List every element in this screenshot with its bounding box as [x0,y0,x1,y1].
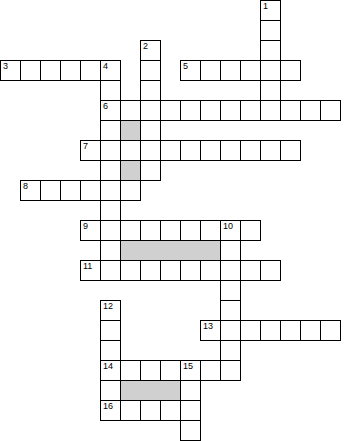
cell-r19c5[interactable] [100,380,121,401]
cell-r5c7[interactable] [140,100,161,121]
cell-r2c7[interactable] [140,40,161,61]
cell-r4c13[interactable] [260,80,281,101]
cell-r5c5[interactable] [100,100,121,121]
cell-r5c15[interactable] [300,100,321,121]
cell-r3c9[interactable] [180,60,201,81]
cell-r8c7[interactable] [140,160,161,181]
cell-r18c9[interactable] [180,360,201,381]
cell-r13c5[interactable] [100,260,121,281]
cell-r9c6[interactable] [120,180,141,201]
cell-r9c3[interactable] [60,180,81,201]
cell-r16c10[interactable] [200,320,221,341]
cell-r20c9[interactable] [180,400,201,421]
cell-r7c5[interactable] [100,140,121,161]
cell-r11c7[interactable] [140,220,161,241]
cell-r5c8[interactable] [160,100,181,121]
cell-r7c7[interactable] [140,140,161,161]
cell-r3c12[interactable] [240,60,261,81]
cell-r16c11[interactable] [220,320,241,341]
cell-r17c11[interactable] [220,340,241,361]
cell-r5c6[interactable] [120,100,141,121]
cell-r3c0[interactable] [0,60,21,81]
cell-r16c15[interactable] [300,320,321,341]
cell-r18c11[interactable] [220,360,241,381]
cell-r14c11[interactable] [220,280,241,301]
cell-r4c7[interactable] [140,80,161,101]
cell-r5c10[interactable] [200,100,221,121]
cell-r3c4[interactable] [80,60,101,81]
cell-r5c9[interactable] [180,100,201,121]
cell-r7c10[interactable] [200,140,221,161]
cell-r13c4[interactable] [80,260,101,281]
cell-r5c12[interactable] [240,100,261,121]
cell-r20c8[interactable] [160,400,181,421]
shaded-cells-r6c6 [120,120,141,141]
cell-r7c13[interactable] [260,140,281,161]
cell-r18c5[interactable] [100,360,121,381]
cell-r7c4[interactable] [80,140,101,161]
cell-r10c5[interactable] [100,200,121,221]
cell-r9c4[interactable] [80,180,101,201]
cell-r3c10[interactable] [200,60,221,81]
cell-r3c11[interactable] [220,60,241,81]
cell-r15c5[interactable] [100,300,121,321]
cell-r6c7[interactable] [140,120,161,141]
cell-r4c5[interactable] [100,80,121,101]
cell-r7c12[interactable] [240,140,261,161]
cell-r7c11[interactable] [220,140,241,161]
cell-r19c9[interactable] [180,380,201,401]
cell-r13c11[interactable] [220,260,241,281]
cell-r7c8[interactable] [160,140,181,161]
crossword-page: 12345678910111213141516 [0,0,361,441]
cell-r11c8[interactable] [160,220,181,241]
cell-r20c5[interactable] [100,400,121,421]
cell-r11c11[interactable] [220,220,241,241]
cell-r0c13[interactable] [260,0,281,21]
cell-r7c6[interactable] [120,140,141,161]
cell-r18c7[interactable] [140,360,161,381]
cell-r5c14[interactable] [280,100,301,121]
cell-r13c8[interactable] [160,260,181,281]
cell-r21c9[interactable] [180,420,201,441]
cell-r5c11[interactable] [220,100,241,121]
cell-r9c2[interactable] [40,180,61,201]
cell-r7c14[interactable] [280,140,301,161]
cell-r12c5[interactable] [100,240,121,261]
cell-r13c12[interactable] [240,260,261,281]
cell-r18c8[interactable] [160,360,181,381]
cell-r3c1[interactable] [20,60,41,81]
cell-r13c6[interactable] [120,260,141,281]
shaded-cells-r19c6 [120,380,181,401]
cell-r7c9[interactable] [180,140,201,161]
cell-r9c5[interactable] [100,180,121,201]
crossword-grid: 12345678910111213141516 [0,0,361,441]
cell-r5c13[interactable] [260,100,281,121]
cell-r8c5[interactable] [100,160,121,181]
cell-r16c12[interactable] [240,320,261,341]
cell-r13c13[interactable] [260,260,281,281]
cell-r3c5[interactable] [100,60,121,81]
cell-r18c10[interactable] [200,360,221,381]
cell-r6c5[interactable] [100,120,121,141]
cell-r16c5[interactable] [100,320,121,341]
cell-r1c13[interactable] [260,20,281,41]
cell-r20c7[interactable] [140,400,161,421]
cell-r3c13[interactable] [260,60,281,81]
cell-r13c10[interactable] [200,260,221,281]
cell-r17c5[interactable] [100,340,121,361]
cell-r11c5[interactable] [100,220,121,241]
cell-r11c10[interactable] [200,220,221,241]
cell-r13c9[interactable] [180,260,201,281]
cell-r3c2[interactable] [40,60,61,81]
cell-r18c6[interactable] [120,360,141,381]
shaded-cells-r12c6 [120,240,221,261]
cell-r12c11[interactable] [220,240,241,261]
cell-r20c6[interactable] [120,400,141,421]
cell-r13c7[interactable] [140,260,161,281]
cell-r3c7[interactable] [140,60,161,81]
cell-r11c12[interactable] [240,220,261,241]
cell-r5c16[interactable] [320,100,341,121]
cell-r16c16[interactable] [320,320,341,341]
cell-r3c3[interactable] [60,60,81,81]
cell-r16c14[interactable] [280,320,301,341]
cell-r15c11[interactable] [220,300,241,321]
cell-r11c4[interactable] [80,220,101,241]
cell-r11c6[interactable] [120,220,141,241]
shaded-cells-r8c6 [120,160,141,181]
cell-r11c9[interactable] [180,220,201,241]
cell-r3c14[interactable] [280,60,301,81]
cell-r2c13[interactable] [260,40,281,61]
cell-r9c1[interactable] [20,180,41,201]
cell-r16c13[interactable] [260,320,281,341]
